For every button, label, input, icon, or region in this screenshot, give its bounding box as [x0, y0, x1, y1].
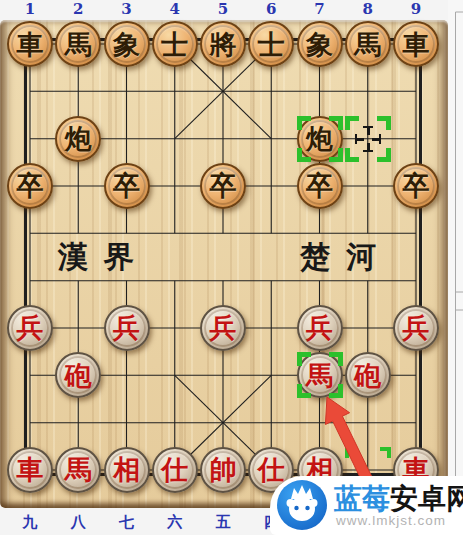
river-label-chuhe: 楚河 — [300, 237, 392, 278]
file-number-8: 8 — [358, 0, 378, 18]
piece-black-卒-c5r4[interactable]: 卒 — [200, 163, 246, 209]
watermark-name-blue: 蓝莓 — [334, 483, 390, 514]
piece-red-兵-c1r7[interactable]: 兵 — [7, 305, 53, 351]
piece-glyph: 砲 — [65, 362, 92, 389]
piece-red-兵-c9r7[interactable]: 兵 — [393, 305, 439, 351]
piece-black-馬-c8r1[interactable]: 馬 — [345, 21, 391, 67]
watermark-badge: 蓝莓安卓网 www.lmkjst.com — [270, 476, 463, 535]
piece-black-士-c6r1[interactable]: 士 — [248, 21, 294, 67]
file-number-7: 7 — [310, 0, 330, 18]
piece-glyph: 士 — [258, 31, 285, 58]
piece-glyph: 馬 — [65, 31, 92, 58]
piece-black-車-c9r1[interactable]: 車 — [393, 21, 439, 67]
lanmei-android-logo-icon — [276, 479, 328, 531]
piece-red-兵-c5r7[interactable]: 兵 — [200, 305, 246, 351]
piece-glyph: 卒 — [17, 172, 44, 199]
piece-glyph: 砲 — [354, 362, 381, 389]
piece-glyph: 象 — [306, 31, 333, 58]
xiangqi-app-screenshot: 漢界 楚河 123456789 九八七六五四三二一 車馬象士將士象馬車炮炮卒卒卒… — [0, 0, 463, 535]
piece-glyph: 卒 — [210, 172, 237, 199]
piece-black-卒-c7r4[interactable]: 卒 — [297, 163, 343, 209]
piece-glyph: 車 — [403, 31, 430, 58]
piece-red-兵-c3r7[interactable]: 兵 — [104, 305, 150, 351]
piece-glyph: 馬 — [306, 362, 333, 389]
watermark-url: www.lmkjst.com — [336, 513, 446, 528]
piece-red-相-c3r10[interactable]: 相 — [104, 447, 150, 493]
file-number-3: 3 — [117, 0, 137, 18]
piece-glyph: 兵 — [17, 314, 44, 341]
piece-red-砲-c8r8[interactable]: 砲 — [345, 352, 391, 398]
file-numeral-1: 九 — [20, 513, 40, 532]
file-numeral-4: 六 — [165, 513, 185, 532]
river-label-hanjie: 漢界 — [58, 237, 150, 278]
piece-black-將-c5r1[interactable]: 將 — [200, 21, 246, 67]
file-numeral-3: 七 — [117, 513, 137, 532]
piece-glyph: 車 — [17, 456, 44, 483]
watermark-name-dark: 安卓网 — [390, 483, 463, 514]
piece-red-車-c1r10[interactable]: 車 — [7, 447, 53, 493]
piece-glyph: 將 — [210, 31, 237, 58]
file-number-5: 5 — [213, 0, 233, 18]
piece-red-兵-c7r7[interactable]: 兵 — [297, 305, 343, 351]
piece-black-卒-c1r4[interactable]: 卒 — [7, 163, 53, 209]
piece-glyph: 兵 — [113, 314, 140, 341]
piece-glyph: 炮 — [65, 125, 92, 152]
piece-glyph: 車 — [17, 31, 44, 58]
piece-black-卒-c9r4[interactable]: 卒 — [393, 163, 439, 209]
piece-black-卒-c3r4[interactable]: 卒 — [104, 163, 150, 209]
piece-glyph: 炮 — [306, 125, 333, 152]
piece-glyph: 馬 — [65, 456, 92, 483]
cropped-side-panel-edge — [448, 0, 463, 535]
file-number-4: 4 — [165, 0, 185, 18]
piece-red-馬-c2r10[interactable]: 馬 — [55, 447, 101, 493]
file-number-1: 1 — [20, 0, 40, 18]
piece-glyph: 帥 — [210, 456, 237, 483]
piece-black-士-c4r1[interactable]: 士 — [152, 21, 198, 67]
file-number-9: 9 — [406, 0, 426, 18]
piece-glyph: 兵 — [403, 314, 430, 341]
piece-red-仕-c4r10[interactable]: 仕 — [152, 447, 198, 493]
piece-glyph: 馬 — [354, 31, 381, 58]
piece-black-象-c7r1[interactable]: 象 — [297, 21, 343, 67]
piece-glyph: 卒 — [403, 172, 430, 199]
piece-black-象-c3r1[interactable]: 象 — [104, 21, 150, 67]
piece-glyph: 兵 — [210, 314, 237, 341]
piece-glyph: 兵 — [306, 314, 333, 341]
piece-glyph: 卒 — [113, 172, 140, 199]
piece-black-馬-c2r1[interactable]: 馬 — [55, 21, 101, 67]
piece-red-馬-c7r8[interactable]: 馬 — [297, 352, 343, 398]
file-numeral-2: 八 — [68, 513, 88, 532]
piece-glyph: 士 — [161, 31, 188, 58]
piece-black-炮-c2r3[interactable]: 炮 — [55, 116, 101, 162]
piece-glyph: 仕 — [161, 456, 188, 483]
file-number-2: 2 — [68, 0, 88, 18]
file-numeral-5: 五 — [213, 513, 233, 532]
piece-black-炮-c7r3[interactable]: 炮 — [297, 116, 343, 162]
piece-glyph: 卒 — [306, 172, 333, 199]
file-number-6: 6 — [261, 0, 281, 18]
piece-red-帥-c5r10[interactable]: 帥 — [200, 447, 246, 493]
piece-black-車-c1r1[interactable]: 車 — [7, 21, 53, 67]
piece-glyph: 象 — [113, 31, 140, 58]
move-cursor-icon — [355, 126, 381, 152]
piece-glyph: 相 — [113, 456, 140, 483]
